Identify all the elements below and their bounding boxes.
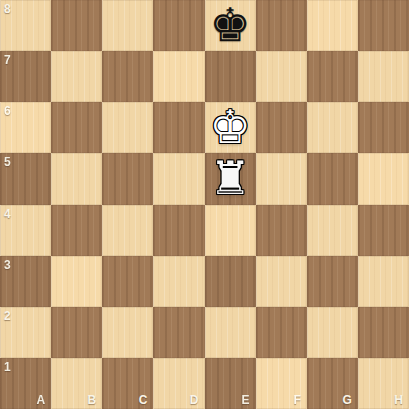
square-g1[interactable]: G [307,358,358,409]
square-c2[interactable] [102,307,153,358]
square-f4[interactable] [256,205,307,256]
rank-label-1: 1 [4,361,11,373]
file-label-a: A [36,394,45,406]
square-c5[interactable] [102,153,153,204]
square-h3[interactable] [358,256,409,307]
rank-label-3: 3 [4,259,11,271]
square-h4[interactable] [358,205,409,256]
square-a7[interactable]: 7 [0,51,51,102]
square-e2[interactable] [205,307,256,358]
square-e5[interactable]: ♜ [205,153,256,204]
square-d6[interactable] [153,102,204,153]
square-f1[interactable]: F [256,358,307,409]
square-a1[interactable]: 1A [0,358,51,409]
square-d5[interactable] [153,153,204,204]
square-d8[interactable] [153,0,204,51]
square-c8[interactable] [102,0,153,51]
square-g8[interactable] [307,0,358,51]
square-d3[interactable] [153,256,204,307]
square-h2[interactable] [358,307,409,358]
square-h5[interactable] [358,153,409,204]
square-g5[interactable] [307,153,358,204]
square-d1[interactable]: D [153,358,204,409]
rank-label-6: 6 [4,105,11,117]
rank-label-2: 2 [4,310,11,322]
chess-board: 8♚76♚5♜4321ABCDEFGH [0,0,409,409]
rank-label-4: 4 [4,208,11,220]
square-f5[interactable] [256,153,307,204]
file-label-h: H [394,394,403,406]
square-d7[interactable] [153,51,204,102]
square-b1[interactable]: B [51,358,102,409]
rank-label-5: 5 [4,156,11,168]
square-a3[interactable]: 3 [0,256,51,307]
square-c6[interactable] [102,102,153,153]
square-b5[interactable] [51,153,102,204]
file-label-b: B [88,394,97,406]
square-f3[interactable] [256,256,307,307]
square-g4[interactable] [307,205,358,256]
square-d4[interactable] [153,205,204,256]
square-f8[interactable] [256,0,307,51]
square-g3[interactable] [307,256,358,307]
black-king[interactable]: ♚ [209,2,250,48]
square-h8[interactable] [358,0,409,51]
square-c1[interactable]: C [102,358,153,409]
square-f2[interactable] [256,307,307,358]
white-king[interactable]: ♚ [209,104,250,150]
file-label-e: E [242,394,250,406]
square-b4[interactable] [51,205,102,256]
square-b7[interactable] [51,51,102,102]
square-h1[interactable]: H [358,358,409,409]
square-a4[interactable]: 4 [0,205,51,256]
square-c4[interactable] [102,205,153,256]
square-e7[interactable] [205,51,256,102]
square-a6[interactable]: 6 [0,102,51,153]
square-b8[interactable] [51,0,102,51]
rank-label-8: 8 [4,3,11,15]
square-a2[interactable]: 2 [0,307,51,358]
square-b6[interactable] [51,102,102,153]
square-g7[interactable] [307,51,358,102]
square-e4[interactable] [205,205,256,256]
square-f7[interactable] [256,51,307,102]
white-rook[interactable]: ♜ [209,155,250,201]
square-h7[interactable] [358,51,409,102]
square-a5[interactable]: 5 [0,153,51,204]
square-h6[interactable] [358,102,409,153]
square-f6[interactable] [256,102,307,153]
file-label-c: C [139,394,148,406]
file-label-f: F [293,394,300,406]
file-label-g: G [343,394,352,406]
square-d2[interactable] [153,307,204,358]
square-g2[interactable] [307,307,358,358]
square-e8[interactable]: ♚ [205,0,256,51]
rank-label-7: 7 [4,54,11,66]
square-b3[interactable] [51,256,102,307]
square-b2[interactable] [51,307,102,358]
square-e3[interactable] [205,256,256,307]
file-label-d: D [190,394,199,406]
square-a8[interactable]: 8 [0,0,51,51]
square-e6[interactable]: ♚ [205,102,256,153]
square-e1[interactable]: E [205,358,256,409]
square-g6[interactable] [307,102,358,153]
square-c3[interactable] [102,256,153,307]
square-c7[interactable] [102,51,153,102]
